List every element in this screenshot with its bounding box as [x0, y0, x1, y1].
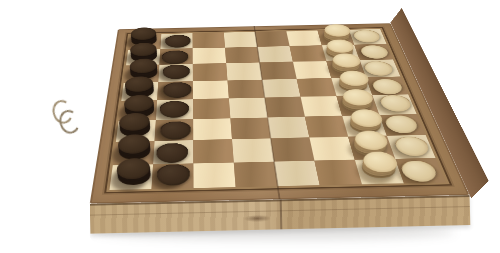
dark-checker-piece[interactable] — [160, 121, 191, 140]
square-c1[interactable] — [193, 162, 235, 188]
square-f6[interactable] — [293, 61, 331, 79]
piece-top-face — [160, 121, 191, 140]
dark-checker-piece[interactable] — [163, 82, 191, 98]
piece-top-face — [163, 82, 191, 98]
square-b6[interactable] — [158, 64, 193, 82]
square-d4[interactable] — [229, 98, 268, 118]
light-checker-piece[interactable] — [362, 61, 394, 76]
light-checker-piece[interactable] — [392, 137, 431, 157]
board-grid — [109, 29, 446, 190]
dark-checker-piece[interactable] — [156, 164, 189, 186]
square-b5[interactable] — [157, 81, 193, 100]
dark-checker-piece[interactable] — [159, 101, 188, 118]
square-b3[interactable] — [155, 119, 194, 141]
piece-top-face — [156, 143, 188, 163]
square-c3[interactable] — [193, 118, 232, 140]
square-d6[interactable] — [226, 62, 262, 80]
piece-top-face — [161, 50, 187, 64]
square-d2[interactable] — [232, 138, 274, 162]
square-e4[interactable] — [265, 97, 305, 117]
box-side-seam — [280, 199, 283, 229]
perspective-scene — [82, 0, 470, 204]
piece-top-face — [165, 35, 190, 48]
square-h5[interactable] — [366, 76, 408, 95]
square-c8[interactable] — [193, 33, 225, 49]
square-e1[interactable] — [274, 160, 320, 186]
light-checker-piece[interactable] — [352, 30, 382, 43]
square-a1[interactable] — [109, 164, 153, 190]
square-d3[interactable] — [230, 117, 270, 139]
square-b2[interactable] — [153, 140, 193, 164]
square-h2[interactable] — [387, 135, 436, 159]
square-h1[interactable] — [395, 158, 446, 184]
light-checker-piece[interactable] — [359, 45, 390, 59]
square-c7[interactable] — [193, 47, 226, 64]
square-c6[interactable] — [193, 63, 228, 81]
product-photo-stage — [0, 0, 500, 253]
piece-top-face — [156, 164, 189, 186]
square-e7[interactable] — [257, 46, 293, 63]
dark-checker-piece[interactable] — [162, 65, 189, 80]
piece-top-face — [162, 65, 189, 80]
piece-top-face — [159, 101, 188, 118]
dark-checker-piece[interactable] — [161, 50, 187, 64]
square-f3[interactable] — [305, 116, 348, 138]
square-e8[interactable] — [255, 31, 289, 47]
dark-checker-piece[interactable] — [156, 143, 188, 163]
square-c2[interactable] — [193, 139, 233, 163]
square-e5[interactable] — [262, 79, 301, 98]
square-h4[interactable] — [372, 94, 416, 114]
square-d8[interactable] — [224, 32, 257, 48]
square-g1[interactable] — [355, 159, 404, 185]
square-h7[interactable] — [354, 44, 393, 60]
square-b1[interactable] — [152, 163, 194, 189]
light-checker-piece[interactable] — [398, 160, 439, 182]
light-checker-piece[interactable] — [383, 115, 420, 133]
square-c5[interactable] — [193, 80, 229, 99]
square-h3[interactable] — [379, 114, 425, 136]
square-d5[interactable] — [228, 79, 265, 98]
checkers-board — [90, 23, 470, 203]
square-b7[interactable] — [159, 48, 192, 65]
square-e2[interactable] — [271, 138, 315, 162]
square-h8[interactable] — [349, 29, 387, 44]
square-d7[interactable] — [225, 47, 260, 64]
square-c4[interactable] — [193, 98, 230, 118]
square-f5[interactable] — [297, 78, 337, 97]
light-checker-piece[interactable] — [378, 95, 413, 112]
square-b4[interactable] — [156, 99, 193, 120]
square-f8[interactable] — [286, 30, 321, 45]
light-checker-piece[interactable] — [359, 159, 398, 180]
square-e6[interactable] — [260, 62, 297, 80]
dark-checker-piece[interactable] — [165, 35, 190, 48]
dark-checker-piece[interactable] — [116, 166, 151, 188]
box-side-panel — [90, 195, 471, 234]
square-f1[interactable] — [314, 160, 361, 186]
light-checker-piece[interactable] — [370, 79, 404, 95]
square-b8[interactable] — [160, 33, 192, 49]
square-d1[interactable] — [234, 161, 278, 187]
square-e3[interactable] — [268, 116, 310, 138]
